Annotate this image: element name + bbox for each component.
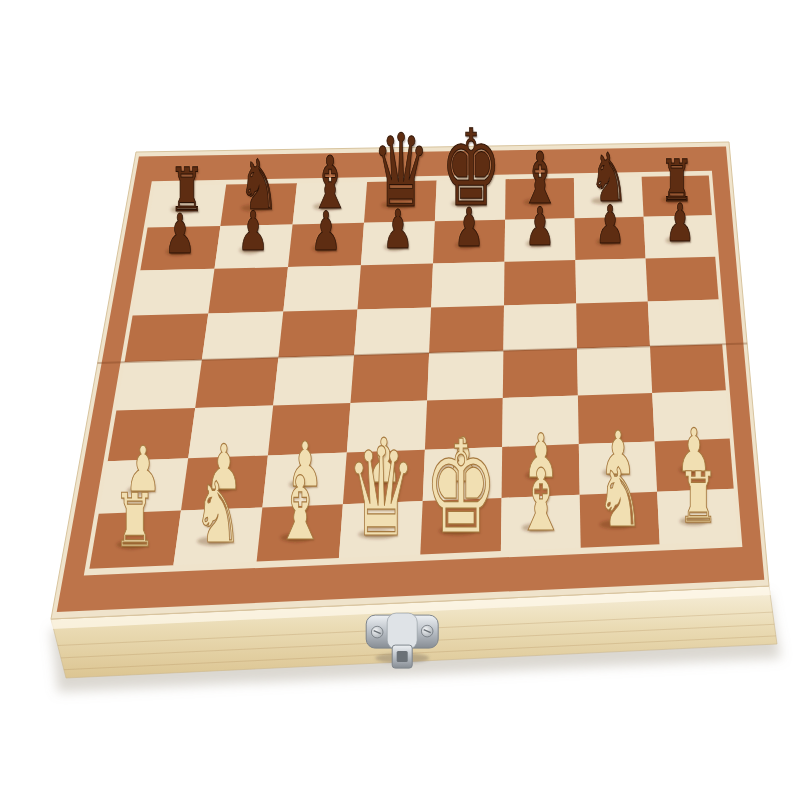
piece-black-pawn-f7: ♟: [516, 200, 564, 253]
pieces-layer: ♜♞♝♛♚♝♞♜♟♟♟♟♟♟♟♟♟♟♟♟♟♟♟♟♜♞♝♛♚♝♞♜: [0, 0, 800, 800]
piece-black-pawn-g7: ♟: [586, 199, 633, 252]
piece-white-knight-b1: ♞: [180, 471, 256, 555]
piece-black-pawn-b7: ♟: [229, 206, 278, 260]
piece-white-rook-h1: ♜: [666, 463, 729, 533]
piece-white-bishop-f1: ♝: [502, 456, 579, 542]
piece-white-knight-g1: ♞: [583, 457, 656, 538]
piece-white-rook-a1: ♜: [102, 484, 168, 558]
piece-black-pawn-e7: ♟: [445, 201, 493, 254]
piece-black-pawn-c7: ♟: [302, 204, 350, 258]
piece-black-pawn-d7: ♟: [374, 203, 422, 257]
piece-black-pawn-a7: ♟: [155, 207, 204, 262]
piece-black-pawn-h7: ♟: [656, 197, 703, 249]
chess-set-photo: ♜♞♝♛♚♝♞♜♟♟♟♟♟♟♟♟♟♟♟♟♟♟♟♟♜♞♝♛♚♝♞♜: [0, 0, 800, 800]
